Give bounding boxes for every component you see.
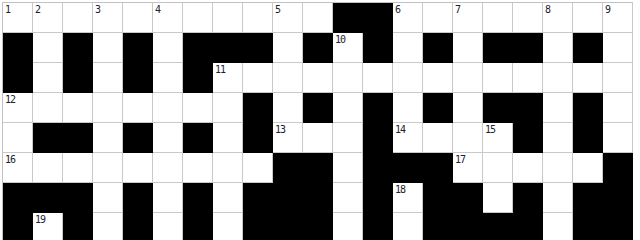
clue-number-19: 19: [35, 214, 45, 225]
white-cell-r6c1[interactable]: 16: [3, 153, 33, 183]
black-cell-r7c10: [273, 183, 303, 213]
black-cell-r4c9: [243, 93, 273, 123]
white-cell-r5c6[interactable]: [153, 123, 183, 153]
clue-number-16: 16: [5, 154, 15, 165]
black-cell-r4c11: [303, 93, 333, 123]
black-cell-r4c17: [483, 93, 513, 123]
white-cell-r3c8[interactable]: 11: [213, 63, 243, 93]
white-cell-r1c1[interactable]: 1: [3, 3, 33, 33]
clue-number-12: 12: [5, 94, 15, 105]
black-cell-r8c21: [603, 213, 633, 240]
black-cell-r2c18: [513, 33, 543, 63]
white-cell-r5c8[interactable]: [213, 123, 243, 153]
white-cell-r4c2[interactable]: [33, 93, 63, 123]
white-cell-r5c1[interactable]: [3, 123, 33, 153]
black-cell-r7c18: [513, 183, 543, 213]
black-cell-r7c11: [303, 183, 333, 213]
black-cell-r7c3: [63, 183, 93, 213]
white-cell-r3c14[interactable]: [393, 63, 423, 93]
white-cell-r6c6[interactable]: [153, 153, 183, 183]
black-cell-r2c13: [363, 33, 393, 63]
white-cell-r7c17[interactable]: [483, 183, 513, 213]
black-cell-r2c5: [123, 33, 153, 63]
black-cell-r8c7: [183, 213, 213, 240]
white-cell-r6c19[interactable]: [543, 153, 573, 183]
white-cell-r6c20[interactable]: [573, 153, 603, 183]
black-cell-r7c9: [243, 183, 273, 213]
clue-number-13: 13: [275, 124, 285, 135]
black-cell-r7c1: [3, 183, 33, 213]
white-cell-r3c16[interactable]: [453, 63, 483, 93]
black-cell-r3c7: [183, 63, 213, 93]
white-cell-r1c16[interactable]: 7: [453, 3, 483, 33]
white-cell-r4c8[interactable]: [213, 93, 243, 123]
white-cell-r2c14[interactable]: [393, 33, 423, 63]
black-cell-r8c18: [513, 213, 543, 240]
white-cell-r4c19[interactable]: [543, 93, 573, 123]
clue-number-10: 10: [335, 34, 345, 45]
white-cell-r3c2[interactable]: [33, 63, 63, 93]
white-cell-r3c13[interactable]: [363, 63, 393, 93]
white-cell-r6c9[interactable]: [243, 153, 273, 183]
clue-number-18: 18: [395, 184, 405, 195]
black-cell-r4c15: [423, 93, 453, 123]
white-cell-r2c6[interactable]: [153, 33, 183, 63]
white-cell-r3c18[interactable]: [513, 63, 543, 93]
white-cell-r1c17[interactable]: [483, 3, 513, 33]
white-cell-r1c11[interactable]: [303, 3, 333, 33]
white-cell-r6c17[interactable]: [483, 153, 513, 183]
black-cell-r8c3: [63, 213, 93, 240]
white-cell-r1c3[interactable]: [63, 3, 93, 33]
black-cell-r8c15: [423, 213, 453, 240]
black-cell-r5c18: [513, 123, 543, 153]
white-cell-r1c5[interactable]: [123, 3, 153, 33]
white-cell-r3c10[interactable]: [273, 63, 303, 93]
black-cell-r2c8: [213, 33, 243, 63]
white-cell-r6c2[interactable]: [33, 153, 63, 183]
black-cell-r7c16: [453, 183, 483, 213]
white-cell-r3c17[interactable]: [483, 63, 513, 93]
white-cell-r4c1[interactable]: 12: [3, 93, 33, 123]
black-cell-r2c7: [183, 33, 213, 63]
black-cell-r8c11: [303, 213, 333, 240]
black-cell-r8c9: [243, 213, 273, 240]
clue-number-7: 7: [455, 4, 460, 15]
white-cell-r5c21[interactable]: [603, 123, 633, 153]
white-cell-r7c8[interactable]: [213, 183, 243, 213]
black-cell-r6c13: [363, 153, 393, 183]
black-cell-r6c21: [603, 153, 633, 183]
black-cell-r1c12: [333, 3, 363, 33]
white-cell-r6c3[interactable]: [63, 153, 93, 183]
white-cell-r4c7[interactable]: [183, 93, 213, 123]
white-cell-r1c21[interactable]: 9: [603, 3, 633, 33]
clue-number-17: 17: [455, 154, 465, 165]
white-cell-r1c4[interactable]: 3: [93, 3, 123, 33]
black-cell-r2c11: [303, 33, 333, 63]
black-cell-r4c20: [573, 93, 603, 123]
white-cell-r7c6[interactable]: [153, 183, 183, 213]
white-cell-r6c5[interactable]: [123, 153, 153, 183]
black-cell-r6c15: [423, 153, 453, 183]
white-cell-r1c15[interactable]: [423, 3, 453, 33]
white-cell-r3c19[interactable]: [543, 63, 573, 93]
white-cell-r8c12[interactable]: [333, 213, 363, 240]
white-cell-r6c4[interactable]: [93, 153, 123, 183]
black-cell-r5c2: [33, 123, 63, 153]
black-cell-r5c3: [63, 123, 93, 153]
white-cell-r3c11[interactable]: [303, 63, 333, 93]
black-cell-r8c16: [453, 213, 483, 240]
clue-number-14: 14: [395, 124, 405, 135]
black-cell-r2c3: [63, 33, 93, 63]
white-cell-r5c10[interactable]: 13: [273, 123, 303, 153]
black-cell-r4c13: [363, 93, 393, 123]
crossword-grid: 12345678910111213141516171819: [2, 2, 633, 240]
white-cell-r7c4[interactable]: [93, 183, 123, 213]
white-cell-r8c14[interactable]: [393, 213, 423, 240]
white-cell-r6c18[interactable]: [513, 153, 543, 183]
white-cell-r3c15[interactable]: [423, 63, 453, 93]
white-cell-r3c4[interactable]: [93, 63, 123, 93]
white-cell-r5c19[interactable]: [543, 123, 573, 153]
white-cell-r5c12[interactable]: [333, 123, 363, 153]
clue-number-6: 6: [395, 4, 400, 15]
white-cell-r5c4[interactable]: [93, 123, 123, 153]
black-cell-r8c1: [3, 213, 33, 240]
white-cell-r8c8[interactable]: [213, 213, 243, 240]
black-cell-r5c5: [123, 123, 153, 153]
white-cell-r4c6[interactable]: [153, 93, 183, 123]
black-cell-r6c11: [303, 153, 333, 183]
white-cell-r7c19[interactable]: [543, 183, 573, 213]
black-cell-r8c13: [363, 213, 393, 240]
black-cell-r8c10: [273, 213, 303, 240]
white-cell-r4c12[interactable]: [333, 93, 363, 123]
clue-number-5: 5: [275, 4, 280, 15]
white-cell-r3c21[interactable]: [603, 63, 633, 93]
black-cell-r7c15: [423, 183, 453, 213]
black-cell-r2c15: [423, 33, 453, 63]
white-cell-r1c2[interactable]: 2: [33, 3, 63, 33]
black-cell-r3c5: [123, 63, 153, 93]
white-cell-r2c21[interactable]: [603, 33, 633, 63]
black-cell-r3c3: [63, 63, 93, 93]
white-cell-r6c12[interactable]: [333, 153, 363, 183]
white-cell-r5c15[interactable]: [423, 123, 453, 153]
page-background: 12345678910111213141516171819: [0, 0, 640, 240]
white-cell-r1c20[interactable]: [573, 3, 603, 33]
white-cell-r3c12[interactable]: [333, 63, 363, 93]
black-cell-r2c9: [243, 33, 273, 63]
black-cell-r7c2: [33, 183, 63, 213]
black-cell-r7c13: [363, 183, 393, 213]
white-cell-r2c12[interactable]: 10: [333, 33, 363, 63]
white-cell-r4c3[interactable]: [63, 93, 93, 123]
white-cell-r8c6[interactable]: [153, 213, 183, 240]
black-cell-r5c13: [363, 123, 393, 153]
white-cell-r2c16[interactable]: [453, 33, 483, 63]
black-cell-r2c20: [573, 33, 603, 63]
black-cell-r6c14: [393, 153, 423, 183]
clue-number-8: 8: [545, 4, 550, 15]
black-cell-r7c5: [123, 183, 153, 213]
black-cell-r2c17: [483, 33, 513, 63]
white-cell-r1c9[interactable]: [243, 3, 273, 33]
white-cell-r8c2[interactable]: 19: [33, 213, 63, 240]
white-cell-r2c4[interactable]: [93, 33, 123, 63]
black-cell-r1c13: [363, 3, 393, 33]
clue-number-9: 9: [605, 4, 610, 15]
black-cell-r7c7: [183, 183, 213, 213]
black-cell-r4c18: [513, 93, 543, 123]
white-cell-r1c19[interactable]: 8: [543, 3, 573, 33]
white-cell-r1c18[interactable]: [513, 3, 543, 33]
clue-number-4: 4: [155, 4, 160, 15]
white-cell-r2c2[interactable]: [33, 33, 63, 63]
clue-number-15: 15: [485, 124, 495, 135]
white-cell-r5c14[interactable]: 14: [393, 123, 423, 153]
white-cell-r8c19[interactable]: [543, 213, 573, 240]
white-cell-r7c14[interactable]: 18: [393, 183, 423, 213]
clue-number-1: 1: [5, 4, 10, 15]
white-cell-r3c9[interactable]: [243, 63, 273, 93]
white-cell-r5c11[interactable]: [303, 123, 333, 153]
black-cell-r5c20: [573, 123, 603, 153]
white-cell-r1c6[interactable]: 4: [153, 3, 183, 33]
white-cell-r2c10[interactable]: [273, 33, 303, 63]
white-cell-r5c17[interactable]: 15: [483, 123, 513, 153]
black-cell-r5c9: [243, 123, 273, 153]
clue-number-2: 2: [35, 4, 40, 15]
white-cell-r4c10[interactable]: [273, 93, 303, 123]
clue-number-3: 3: [95, 4, 100, 15]
white-cell-r8c4[interactable]: [93, 213, 123, 240]
white-cell-r1c8[interactable]: [213, 3, 243, 33]
white-cell-r4c16[interactable]: [453, 93, 483, 123]
white-cell-r6c7[interactable]: [183, 153, 213, 183]
clue-number-11: 11: [215, 64, 225, 75]
white-cell-r2c19[interactable]: [543, 33, 573, 63]
white-cell-r4c5[interactable]: [123, 93, 153, 123]
white-cell-r6c16[interactable]: 17: [453, 153, 483, 183]
black-cell-r2c1: [3, 33, 33, 63]
white-cell-r4c14[interactable]: [393, 93, 423, 123]
white-cell-r6c8[interactable]: [213, 153, 243, 183]
white-cell-r4c4[interactable]: [93, 93, 123, 123]
black-cell-r5c7: [183, 123, 213, 153]
black-cell-r7c21: [603, 183, 633, 213]
white-cell-r3c6[interactable]: [153, 63, 183, 93]
black-cell-r3c1: [3, 63, 33, 93]
white-cell-r1c14[interactable]: 6: [393, 3, 423, 33]
white-cell-r4c21[interactable]: [603, 93, 633, 123]
white-cell-r7c12[interactable]: [333, 183, 363, 213]
white-cell-r1c10[interactable]: 5: [273, 3, 303, 33]
black-cell-r7c20: [573, 183, 603, 213]
black-cell-r8c17: [483, 213, 513, 240]
white-cell-r3c20[interactable]: [573, 63, 603, 93]
black-cell-r6c10: [273, 153, 303, 183]
white-cell-r1c7[interactable]: [183, 3, 213, 33]
black-cell-r8c5: [123, 213, 153, 240]
white-cell-r5c16[interactable]: [453, 123, 483, 153]
black-cell-r8c20: [573, 213, 603, 240]
